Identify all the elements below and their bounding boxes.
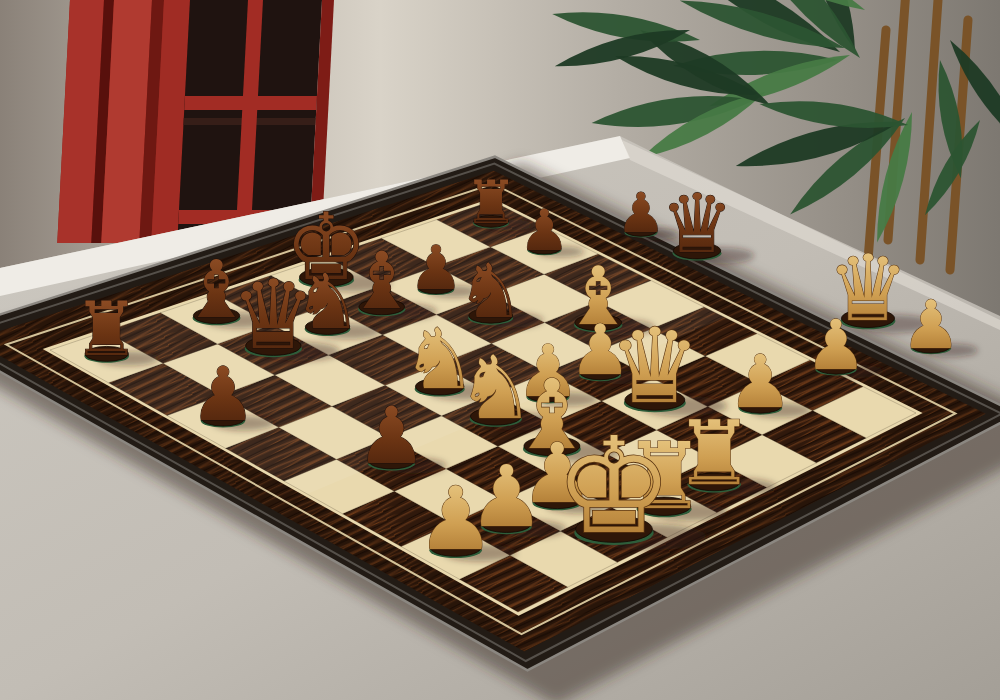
piece-glyph: ♟ xyxy=(190,351,257,438)
piece-glyph: ♟ xyxy=(805,305,867,385)
piece-glyph: ♟ xyxy=(616,181,665,245)
piece-glyph: ♛ xyxy=(660,176,733,271)
photo-scene: ♜♟♟♛♚♟♝♞♝♛♝♞♟♛♜♟♟♞♟♛♟♞♟♝♟♜♟♜♟♚♟ xyxy=(0,0,1000,700)
cabinet-muntin-horizontal xyxy=(184,96,317,110)
piece-glyph: ♜ xyxy=(464,168,517,237)
piece-glyph: ♟ xyxy=(901,286,961,364)
piece-glyph: ♚ xyxy=(555,409,674,563)
piece-glyph: ♜ xyxy=(73,286,140,373)
scene-canvas: ♜♟♟♛♚♟♝♞♝♛♝♞♟♛♜♟♟♞♟♛♟♞♟♝♟♜♟♜♟♚♟ xyxy=(0,0,1000,700)
piece-glyph: ♟ xyxy=(416,468,494,570)
